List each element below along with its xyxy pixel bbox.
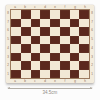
square-c8 bbox=[31, 10, 41, 19]
square-h5 bbox=[79, 36, 89, 45]
square-g3 bbox=[70, 53, 80, 62]
square-c2 bbox=[31, 61, 41, 70]
square-a4 bbox=[11, 44, 21, 53]
coordinate-label: d bbox=[40, 80, 50, 83]
coordinate-label: 8 bbox=[91, 9, 94, 18]
square-h8 bbox=[79, 10, 89, 19]
square-c4 bbox=[31, 44, 41, 53]
square-a7 bbox=[11, 19, 21, 28]
square-e4 bbox=[50, 44, 60, 53]
square-a2 bbox=[11, 61, 21, 70]
coordinate-label: 2 bbox=[91, 62, 94, 71]
square-d6 bbox=[40, 27, 50, 36]
dimension-line bbox=[8, 88, 92, 89]
square-f7 bbox=[60, 19, 70, 28]
square-d1 bbox=[40, 70, 50, 79]
square-a1 bbox=[11, 70, 21, 79]
square-d7 bbox=[40, 19, 50, 28]
square-g2 bbox=[70, 61, 80, 70]
square-c6 bbox=[31, 27, 41, 36]
file-labels-bottom: abcdefgh bbox=[10, 80, 90, 83]
square-d4 bbox=[40, 44, 50, 53]
square-b6 bbox=[21, 27, 31, 36]
coordinate-label: 6 bbox=[91, 27, 94, 36]
coordinate-label: b bbox=[20, 80, 30, 83]
square-f5 bbox=[60, 36, 70, 45]
square-e1 bbox=[50, 70, 60, 79]
square-f8 bbox=[60, 10, 70, 19]
square-g4 bbox=[70, 44, 80, 53]
square-f4 bbox=[60, 44, 70, 53]
product-photo: abcdefgh abcdefgh 87654321 87654321 34.5… bbox=[0, 0, 100, 100]
square-e7 bbox=[50, 19, 60, 28]
square-h7 bbox=[79, 19, 89, 28]
square-e8 bbox=[50, 10, 60, 19]
square-h4 bbox=[79, 44, 89, 53]
coordinate-label: h bbox=[80, 80, 90, 83]
coordinate-label: g bbox=[70, 80, 80, 83]
square-f1 bbox=[60, 70, 70, 79]
square-d5 bbox=[40, 36, 50, 45]
dimension-label: 34.5cm bbox=[7, 90, 93, 95]
square-b4 bbox=[21, 44, 31, 53]
square-c1 bbox=[31, 70, 41, 79]
square-h1 bbox=[79, 70, 89, 79]
coordinate-label: 5 bbox=[91, 35, 94, 44]
square-b7 bbox=[21, 19, 31, 28]
square-e3 bbox=[50, 53, 60, 62]
square-d3 bbox=[40, 53, 50, 62]
coordinate-label: 4 bbox=[91, 44, 94, 53]
square-b2 bbox=[21, 61, 31, 70]
square-a6 bbox=[11, 27, 21, 36]
square-g8 bbox=[70, 10, 80, 19]
square-f6 bbox=[60, 27, 70, 36]
square-g5 bbox=[70, 36, 80, 45]
square-e2 bbox=[50, 61, 60, 70]
square-g6 bbox=[70, 27, 80, 36]
square-e6 bbox=[50, 27, 60, 36]
square-f2 bbox=[60, 61, 70, 70]
arrow-left-icon bbox=[7, 87, 10, 89]
square-g1 bbox=[70, 70, 80, 79]
coordinate-label: 1 bbox=[91, 70, 94, 79]
square-h2 bbox=[79, 61, 89, 70]
square-a8 bbox=[11, 10, 21, 19]
coordinate-label: c bbox=[30, 80, 40, 83]
coordinate-label: e bbox=[50, 80, 60, 83]
arrow-right-icon bbox=[90, 87, 93, 89]
square-b5 bbox=[21, 36, 31, 45]
square-g7 bbox=[70, 19, 80, 28]
rank-labels-right: 87654321 bbox=[91, 9, 94, 79]
coordinate-label: a bbox=[10, 80, 20, 83]
dimension-annotation: 34.5cm bbox=[7, 87, 93, 97]
square-c7 bbox=[31, 19, 41, 28]
square-d2 bbox=[40, 61, 50, 70]
square-f3 bbox=[60, 53, 70, 62]
square-e5 bbox=[50, 36, 60, 45]
coordinate-label: 7 bbox=[91, 18, 94, 27]
coordinate-label: 3 bbox=[91, 53, 94, 62]
square-c5 bbox=[31, 36, 41, 45]
board-grid bbox=[10, 9, 90, 79]
square-h3 bbox=[79, 53, 89, 62]
square-a5 bbox=[11, 36, 21, 45]
square-h6 bbox=[79, 27, 89, 36]
square-b3 bbox=[21, 53, 31, 62]
coordinate-label: f bbox=[60, 80, 70, 83]
square-c3 bbox=[31, 53, 41, 62]
square-a3 bbox=[11, 53, 21, 62]
chessboard: abcdefgh abcdefgh 87654321 87654321 bbox=[6, 5, 94, 83]
square-b1 bbox=[21, 70, 31, 79]
square-b8 bbox=[21, 10, 31, 19]
square-d8 bbox=[40, 10, 50, 19]
